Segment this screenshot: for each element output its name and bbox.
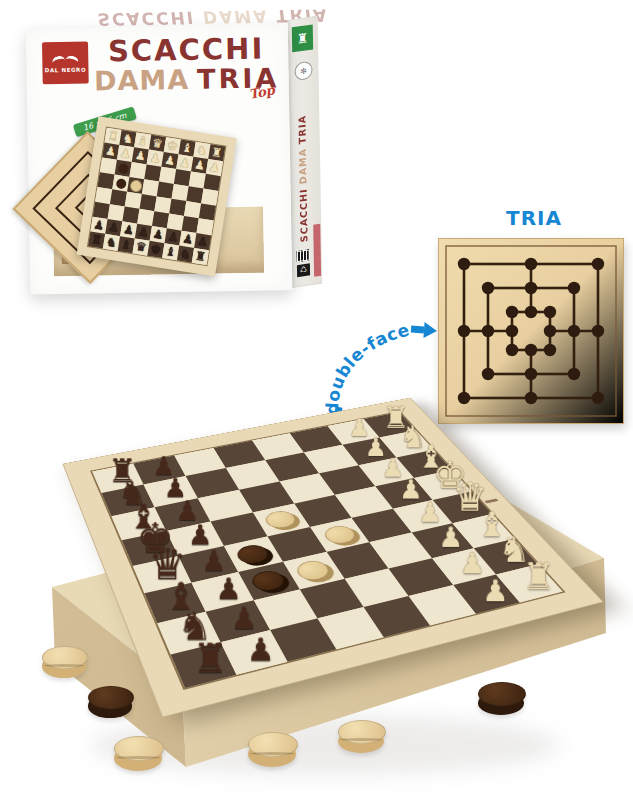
dark-bishop: ♝ [164, 245, 177, 259]
light-queen: ♛ [151, 137, 164, 151]
rook-badge-icon: ♜ [292, 24, 313, 52]
tria-point [525, 282, 537, 294]
dark-queen: ♛ [135, 240, 148, 254]
recycle-icon: ♺ [297, 263, 310, 277]
box-art-square: ♜ [192, 248, 209, 265]
light-rook: ♜ [522, 558, 555, 595]
brand-name: DAL NEGRO [45, 66, 87, 73]
seal-glyph: ✻ [300, 66, 307, 76]
side-word-tria: TRIA [296, 114, 307, 144]
tria-point [544, 325, 556, 337]
tria-point [506, 344, 518, 356]
side-word-dama: DAMA [297, 143, 309, 185]
tria-point [544, 306, 556, 318]
light-knight: ♞ [122, 132, 135, 146]
dal-negro-eagle-icon [52, 53, 78, 64]
tria-point [482, 325, 494, 337]
light-pawn: ♟ [193, 159, 206, 173]
tria-point [568, 325, 580, 337]
dark-pawn: ♟ [152, 228, 165, 242]
dark-rook: ♜ [90, 233, 103, 247]
light-pawn: ♟ [164, 154, 177, 168]
dark-pawn: ♟ [93, 219, 106, 233]
dark-checker-stack [248, 568, 289, 593]
tria-point [525, 344, 537, 356]
tria-board [438, 238, 624, 424]
tria-label: TRIA [438, 206, 630, 230]
dark-pawn: ♟ [230, 603, 257, 634]
dal-negro-logo: DAL NEGRO [42, 42, 89, 85]
light-checker-stack [293, 558, 334, 583]
light-loose-checker [42, 646, 86, 678]
dark-pawn: ♟ [246, 634, 274, 666]
tria-point [458, 392, 470, 404]
board-square [327, 542, 389, 578]
light-bishop: ♝ [136, 134, 149, 148]
light-checker-stack [262, 509, 300, 531]
dark-bishop: ♝ [120, 238, 133, 252]
light-checker-stack [320, 523, 359, 546]
side-word-scacchi: SCACCHI [298, 183, 310, 242]
tria-point [525, 392, 537, 404]
box-side-vertical-title: SCACCHI DAMA TRIA [296, 91, 310, 243]
title-top-script: Top [248, 82, 276, 102]
red-stripe [313, 224, 321, 277]
light-bishop: ♝ [181, 141, 194, 155]
box-art-chess-grid: ♜♞♝♛♚♝♞♜♟♟♟♟♟♟♟♟♟♟♟♟♟♟♟♟♜♞♝♛♚♝♞♜ [87, 127, 227, 267]
light-pawn: ♟ [208, 161, 221, 175]
tria-point [525, 368, 537, 380]
tria-point [525, 306, 537, 318]
dark-pawn: ♟ [108, 221, 121, 235]
light-loose-checker [114, 736, 162, 771]
dark-checker [115, 177, 126, 188]
light-checker [129, 179, 143, 193]
checker-groove [250, 752, 293, 755]
round-seal-icon: ✻ [294, 61, 312, 82]
tria-point [525, 258, 537, 270]
light-loose-checker [248, 732, 296, 767]
tria-board-svg [438, 238, 624, 424]
tria-point [482, 282, 494, 294]
product-photo-page: SCACCHI DAMA TRIA ♜ ✻ SCACCHI DAMA TRIA … [0, 0, 633, 800]
box-side-panel: ♜ ✻ SCACCHI DAMA TRIA ♺ [288, 16, 323, 288]
checker-groove [90, 704, 130, 707]
tria-point [506, 325, 518, 337]
main-product-scene: ♜♟♟♜♞♟♟♞♝♟♟♝♚♟♟♚♛♟♟♛♝♟♟♝♞♟♟♞♜♟♟♜ [0, 415, 633, 800]
light-pawn: ♟ [134, 149, 147, 163]
dark-checker-stack [233, 542, 272, 566]
dark-pawn: ♟ [122, 223, 135, 237]
dark-pawn: ♟ [182, 233, 195, 247]
tria-section: TRIA [438, 206, 630, 424]
dark-checker [117, 163, 128, 174]
checker-groove [116, 756, 159, 759]
light-knight: ♞ [196, 144, 209, 158]
light-pawn: ♟ [119, 147, 132, 161]
dark-knight: ♞ [179, 247, 192, 261]
tria-point [544, 344, 556, 356]
box-art-chessboard: ♜♞♝♛♚♝♞♜♟♟♟♟♟♟♟♟♟♟♟♟♟♟♟♟♜♞♝♛♚♝♞♜ [77, 116, 237, 276]
light-pawn: ♟ [179, 156, 192, 170]
dark-pawn: ♟ [215, 574, 242, 604]
light-loose-checker [338, 720, 384, 753]
tria-point [458, 258, 470, 270]
dark-loose-checker [478, 682, 524, 715]
tria-point [458, 325, 470, 337]
dark-loose-checker [88, 686, 132, 718]
dark-rook: ♜ [192, 638, 228, 678]
tria-point [592, 392, 604, 404]
light-rook: ♜ [107, 130, 120, 144]
dark-knight: ♞ [105, 236, 118, 250]
double-face-arrow-right-icon [410, 321, 437, 339]
tria-point [482, 368, 494, 380]
box-front-panel: DAL NEGRO SCACCHI DAMATRIA Top 16 x 16 c… [26, 24, 293, 295]
chess-board-lid: ♜♟♟♜♞♟♟♞♝♟♟♝♚♟♟♚♛♟♟♛♝♟♟♝♞♟♟♞♜♟♟♜ [62, 398, 603, 718]
dark-king: ♚ [150, 243, 163, 257]
barcode-icon [297, 249, 310, 262]
tria-point [592, 325, 604, 337]
light-pawn: ♟ [149, 152, 162, 166]
checker-groove [44, 664, 84, 667]
dark-pawn: ♟ [167, 230, 180, 244]
dark-rook: ♜ [194, 250, 207, 264]
light-rook: ♜ [210, 146, 223, 160]
tria-point [568, 368, 580, 380]
light-pawn: ♟ [104, 145, 117, 159]
light-pawn: ♟ [482, 576, 509, 606]
tria-point [592, 258, 604, 270]
box-art-photo: ♜♞♝♛♚♝♞♜♟♟♟♟♟♟♟♟♟♟♟♟♟♟♟♟♜♞♝♛♚♝♞♜ [45, 124, 276, 290]
dark-pawn: ♟ [137, 226, 150, 240]
product-box: SCACCHI DAMA TRIA ♜ ✻ SCACCHI DAMA TRIA … [11, 3, 346, 309]
box-side-bottom-icons: ♺ [295, 248, 320, 285]
tria-point [506, 306, 518, 318]
title-dama: DAMA [94, 63, 190, 96]
board-square [239, 481, 294, 512]
rook-glyph: ♜ [297, 30, 309, 47]
dark-pawn: ♟ [196, 235, 209, 249]
tria-point [568, 282, 580, 294]
light-king: ♚ [166, 139, 179, 153]
